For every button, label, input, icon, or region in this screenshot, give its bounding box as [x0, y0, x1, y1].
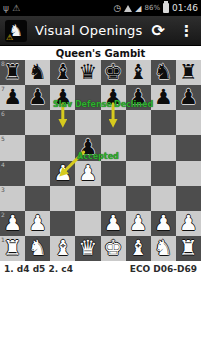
- opening-header: Queen's Gambit: [0, 46, 201, 60]
- opening-title: Queen's Gambit: [56, 48, 146, 59]
- square-e5[interactable]: [101, 135, 126, 160]
- piece-white-p: ♟: [0, 211, 25, 236]
- piece-black-r: ♜: [176, 60, 201, 85]
- piece-white-b: ♝: [50, 236, 75, 261]
- rank-label: 6: [1, 110, 5, 117]
- square-b6[interactable]: [25, 110, 50, 135]
- battery-icon: [163, 3, 169, 13]
- board-container: 8♜♞♝♛♚♝♞♜7♟♟♟♟♟♟♟65♟4♟♟32♟♟♟♟♟♟1♜♞♝♛♚♝♞♜…: [0, 60, 201, 261]
- app-screen: ψ ⚠ ◷ ◢ 86% 01:46 ♞ ⚠ Visual Openings ⟳ …: [0, 0, 201, 359]
- battery-percent: 86%: [145, 4, 161, 12]
- logo-warning-icon: ⚠: [6, 34, 13, 42]
- square-g7[interactable]: ♟: [151, 85, 176, 110]
- square-a6[interactable]: 6: [0, 110, 25, 135]
- square-a4[interactable]: 4: [0, 161, 25, 186]
- piece-white-k: ♚: [101, 236, 126, 261]
- square-g4[interactable]: [151, 161, 176, 186]
- piece-white-p: ♟: [101, 211, 126, 236]
- refresh-icon[interactable]: ⟳: [152, 16, 165, 46]
- piece-black-p: ♟: [75, 135, 100, 160]
- square-f3[interactable]: [126, 186, 151, 211]
- square-h2[interactable]: ♟: [176, 211, 201, 236]
- piece-white-r: ♜: [176, 236, 201, 261]
- move-list-bar: 1. d4 d5 2. c4 ECO D06-D69: [0, 261, 201, 279]
- square-a7[interactable]: 7♟: [0, 85, 25, 110]
- piece-white-b: ♝: [126, 236, 151, 261]
- square-h6[interactable]: [176, 110, 201, 135]
- piece-black-p: ♟: [151, 85, 176, 110]
- square-g6[interactable]: [151, 110, 176, 135]
- square-d4[interactable]: ♟: [75, 161, 100, 186]
- square-b8[interactable]: ♞: [25, 60, 50, 85]
- piece-black-r: ♜: [0, 60, 25, 85]
- wifi-icon: [124, 5, 132, 12]
- square-c2[interactable]: [50, 211, 75, 236]
- square-f5[interactable]: [126, 135, 151, 160]
- piece-black-p: ♟: [25, 85, 50, 110]
- square-d2[interactable]: [75, 211, 100, 236]
- piece-white-p: ♟: [50, 161, 75, 186]
- square-c4[interactable]: ♟: [50, 161, 75, 186]
- square-c6[interactable]: [50, 110, 75, 135]
- square-e2[interactable]: ♟: [101, 211, 126, 236]
- piece-black-p: ♟: [0, 85, 25, 110]
- app-logo: ♞ ⚠: [5, 20, 27, 42]
- square-e1[interactable]: ♚: [101, 236, 126, 261]
- status-bar-right: ◷ ◢ 86% 01:46: [113, 3, 198, 13]
- app-title: Visual Openings: [35, 23, 143, 38]
- square-b1[interactable]: ♞: [25, 236, 50, 261]
- square-b2[interactable]: ♟: [25, 211, 50, 236]
- square-a1[interactable]: 1♜: [0, 236, 25, 261]
- piece-black-n: ♞: [151, 60, 176, 85]
- square-b5[interactable]: [25, 135, 50, 160]
- square-a3[interactable]: 3: [0, 186, 25, 211]
- piece-black-n: ♞: [25, 60, 50, 85]
- usb-icon: ψ: [3, 0, 9, 16]
- signal-icon: ◢: [135, 4, 141, 13]
- piece-black-p: ♟: [50, 85, 75, 110]
- square-c1[interactable]: ♝: [50, 236, 75, 261]
- square-d1[interactable]: ♛: [75, 236, 100, 261]
- square-a8[interactable]: 8♜: [0, 60, 25, 85]
- square-e3[interactable]: [101, 186, 126, 211]
- piece-white-p: ♟: [126, 211, 151, 236]
- rank-label: 4: [1, 161, 5, 168]
- piece-white-r: ♜: [0, 236, 25, 261]
- piece-black-k: ♚: [101, 60, 126, 85]
- square-c7[interactable]: ♟: [50, 85, 75, 110]
- move-list: 1. d4 d5 2. c4: [4, 264, 73, 274]
- piece-white-q: ♛: [75, 236, 100, 261]
- app-bar: ♞ ⚠ Visual Openings ⟳ ⋮: [0, 16, 201, 46]
- chess-board[interactable]: 8♜♞♝♛♚♝♞♜7♟♟♟♟♟♟♟65♟4♟♟32♟♟♟♟♟♟1♜♞♝♛♚♝♞♜: [0, 60, 201, 261]
- square-g3[interactable]: [151, 186, 176, 211]
- piece-white-p: ♟: [176, 211, 201, 236]
- square-e4[interactable]: [101, 161, 126, 186]
- square-g5[interactable]: [151, 135, 176, 160]
- status-bar: ψ ⚠ ◷ ◢ 86% 01:46: [0, 0, 201, 16]
- square-f8[interactable]: ♝: [126, 60, 151, 85]
- piece-white-p: ♟: [25, 211, 50, 236]
- square-f4[interactable]: [126, 161, 151, 186]
- piece-white-p: ♟: [75, 161, 100, 186]
- square-d6[interactable]: [75, 110, 100, 135]
- piece-white-p: ♟: [151, 211, 176, 236]
- square-f2[interactable]: ♟: [126, 211, 151, 236]
- square-h8[interactable]: ♜: [176, 60, 201, 85]
- square-e6[interactable]: [101, 110, 126, 135]
- square-d8[interactable]: ♛: [75, 60, 100, 85]
- square-d7[interactable]: [75, 85, 100, 110]
- warning-icon: ⚠: [12, 3, 20, 13]
- app-bar-actions: ⟳ ⋮: [152, 16, 196, 46]
- square-h4[interactable]: [176, 161, 201, 186]
- square-b3[interactable]: [25, 186, 50, 211]
- piece-white-n: ♞: [25, 236, 50, 261]
- square-g8[interactable]: ♞: [151, 60, 176, 85]
- square-d3[interactable]: [75, 186, 100, 211]
- piece-white-n: ♞: [151, 236, 176, 261]
- square-h7[interactable]: ♟: [176, 85, 201, 110]
- rank-label: 5: [1, 135, 5, 142]
- square-h3[interactable]: [176, 186, 201, 211]
- square-g1[interactable]: ♞: [151, 236, 176, 261]
- empty-area: [0, 279, 201, 359]
- square-a5[interactable]: 5: [0, 135, 25, 160]
- overflow-menu-icon[interactable]: ⋮: [179, 16, 194, 46]
- clock-time: 01:46: [172, 3, 198, 13]
- square-f1[interactable]: ♝: [126, 236, 151, 261]
- square-f7[interactable]: ♟: [126, 85, 151, 110]
- rank-label: 3: [1, 186, 5, 193]
- square-f6[interactable]: [126, 110, 151, 135]
- square-e8[interactable]: ♚: [101, 60, 126, 85]
- alarm-icon: ◷: [113, 3, 121, 13]
- piece-black-p: ♟: [126, 85, 151, 110]
- square-c3[interactable]: [50, 186, 75, 211]
- square-c8[interactable]: ♝: [50, 60, 75, 85]
- square-b4[interactable]: [25, 161, 50, 186]
- piece-black-b: ♝: [126, 60, 151, 85]
- square-d5[interactable]: ♟: [75, 135, 100, 160]
- square-b7[interactable]: ♟: [25, 85, 50, 110]
- piece-black-q: ♛: [75, 60, 100, 85]
- square-h5[interactable]: [176, 135, 201, 160]
- piece-black-p: ♟: [176, 85, 201, 110]
- status-bar-left: ψ ⚠: [3, 0, 20, 16]
- piece-black-b: ♝: [50, 60, 75, 85]
- piece-black-p: ♟: [101, 85, 126, 110]
- square-h1[interactable]: ♜: [176, 236, 201, 261]
- eco-code: ECO D06-D69: [130, 264, 197, 274]
- square-e7[interactable]: ♟: [101, 85, 126, 110]
- square-g2[interactable]: ♟: [151, 211, 176, 236]
- square-c5[interactable]: [50, 135, 75, 160]
- square-a2[interactable]: 2♟: [0, 211, 25, 236]
